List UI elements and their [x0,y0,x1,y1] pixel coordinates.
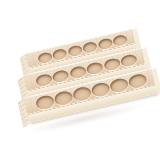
pit-r2-c3[interactable] [69,65,87,79]
pit-r1-c5[interactable] [97,37,113,50]
pit-r3-c5[interactable] [109,77,129,94]
pit-r2-c1[interactable] [35,72,53,86]
pit-r1-c4[interactable] [82,40,98,53]
pit-r3-c4[interactable] [90,81,110,98]
pit-r2-c2[interactable] [52,69,70,83]
pit-r2-c4[interactable] [86,61,104,75]
pit-r1-c3[interactable] [67,44,83,57]
pit-r3-c1[interactable] [35,94,55,111]
photo-background [0,0,160,160]
pit-r2-c5[interactable] [103,57,121,71]
pit-r1-c6[interactable] [112,34,128,47]
pit-r3-c2[interactable] [53,90,73,107]
pit-r3-c3[interactable] [72,85,92,102]
pit-r1-c2[interactable] [52,47,68,60]
pit-r2-c6[interactable] [120,53,138,67]
pit-r1-c1[interactable] [37,51,53,64]
pit-r3-c6[interactable] [127,73,147,90]
